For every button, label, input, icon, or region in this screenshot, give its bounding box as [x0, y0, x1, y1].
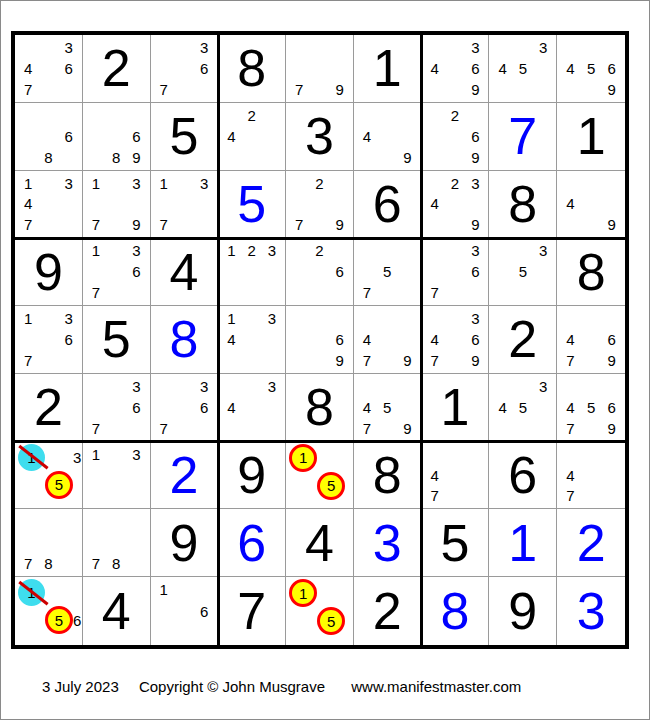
candidate-empty — [86, 126, 106, 147]
candidate-1: 1 — [86, 173, 106, 194]
candidate-grid: 26 — [289, 240, 350, 303]
candidate-empty — [492, 282, 512, 303]
candidate-empty — [533, 261, 553, 282]
cell-r3c2[interactable]: 1379 — [83, 171, 151, 239]
candidate-empty — [397, 376, 417, 397]
candidate-empty — [513, 376, 533, 397]
cell-r1c9[interactable]: 4569 — [557, 35, 625, 103]
candidate-empty — [581, 465, 602, 486]
cell-r3c8[interactable]: 8 — [489, 171, 557, 239]
cell-r4c6[interactable]: 57 — [354, 238, 422, 306]
candidate-5: 5 — [317, 472, 345, 500]
cell-r9c2[interactable]: 4 — [83, 577, 151, 645]
candidate-empty — [513, 37, 533, 58]
given-digit: 8 — [218, 35, 285, 102]
candidate-empty — [309, 261, 329, 282]
candidate-empty — [262, 329, 282, 350]
cell-r2c9[interactable]: 1 — [557, 103, 625, 171]
cell-r5c3[interactable]: 8 — [151, 306, 219, 374]
candidate-3: 3 — [533, 240, 553, 261]
cell-r1c3[interactable]: 367 — [151, 35, 219, 103]
candidate-empty — [581, 486, 602, 507]
cell-r9c3[interactable]: 16 — [151, 577, 219, 645]
candidate-empty — [601, 37, 622, 58]
candidate-empty — [106, 376, 126, 397]
cell-r2c1[interactable]: 68 — [15, 103, 83, 171]
candidate-empty — [106, 105, 126, 126]
candidate-highlight-yellow-circle: 5 — [317, 472, 345, 500]
candidate-empty — [309, 308, 329, 329]
candidate-empty — [560, 308, 581, 329]
cell-r9c6[interactable]: 2 — [354, 577, 422, 645]
candidate-4: 4 — [425, 329, 445, 350]
sudoku-board: 3467236787913469345456968689524349269711… — [11, 31, 629, 649]
cell-r9c9[interactable]: 3 — [557, 577, 625, 645]
cell-r7c2[interactable]: 13 — [83, 442, 151, 510]
given-digit: 8 — [489, 171, 556, 238]
candidate-grid: 479 — [357, 308, 418, 371]
cell-r6c8[interactable]: 345 — [489, 374, 557, 442]
cell-r1c5[interactable]: 79 — [286, 35, 354, 103]
candidate-6: 6 — [601, 397, 622, 418]
cell-r5c8[interactable]: 2 — [489, 306, 557, 374]
candidate-grid: 4679 — [560, 308, 622, 371]
candidate-empty — [59, 79, 79, 100]
solved-digit: 7 — [489, 103, 556, 170]
candidate-empty — [242, 308, 262, 329]
candidate-grid: 367 — [86, 376, 147, 439]
candidate-empty — [357, 147, 377, 168]
candidate-empty — [194, 418, 214, 439]
solved-digit: 8 — [151, 306, 218, 373]
cell-r6c6[interactable]: 4579 — [354, 374, 422, 442]
given-digit: 9 — [15, 238, 82, 305]
candidate-empty — [492, 37, 512, 58]
candidate-9: 9 — [465, 214, 485, 235]
candidate-empty — [330, 240, 350, 261]
candidate-empty — [194, 622, 214, 643]
cell-r3c1[interactable]: 1347 — [15, 171, 83, 239]
candidate-empty — [289, 240, 309, 261]
candidate-9: 9 — [330, 79, 350, 100]
cell-r4c9[interactable]: 8 — [557, 238, 625, 306]
candidate-empty — [221, 376, 241, 397]
candidate-7: 7 — [560, 418, 581, 439]
candidate-empty — [126, 553, 146, 574]
candidate-grid: 367 — [425, 240, 486, 303]
cell-r9c5[interactable]: 15 — [286, 577, 354, 645]
candidate-highlight-yellow-circle: 5 — [45, 606, 73, 634]
given-digit: 5 — [422, 509, 489, 576]
candidate-empty — [533, 58, 553, 79]
cell-r6c1[interactable]: 2 — [15, 374, 83, 442]
candidate-empty — [560, 173, 581, 194]
cell-r3c3[interactable]: 137 — [151, 171, 219, 239]
cell-r4c7[interactable]: 367 — [422, 238, 490, 306]
cell-r5c1[interactable]: 1367 — [15, 306, 83, 374]
cell-r2c4[interactable]: 24 — [218, 103, 286, 171]
candidate-empty — [289, 193, 309, 214]
candidate-empty — [601, 376, 622, 397]
candidate-empty — [86, 465, 106, 486]
cell-r2c2[interactable]: 689 — [83, 103, 151, 171]
candidate-4: 4 — [221, 329, 241, 350]
candidate-empty — [289, 472, 317, 500]
given-digit: 2 — [354, 577, 421, 645]
candidate-empty — [289, 329, 309, 350]
candidate-7: 7 — [425, 350, 445, 371]
cell-r4c4[interactable]: 123 — [218, 238, 286, 306]
candidate-empty — [581, 418, 602, 439]
candidate-7: 7 — [289, 214, 309, 235]
candidate-empty — [581, 350, 602, 371]
candidate-empty — [174, 622, 194, 643]
candidate-empty — [513, 282, 533, 303]
cell-r8c6[interactable]: 3 — [354, 509, 422, 577]
candidate-empty — [194, 579, 214, 600]
cell-r2c6[interactable]: 49 — [354, 103, 422, 171]
candidate-empty — [86, 376, 106, 397]
candidate-empty — [309, 350, 329, 371]
candidate-9: 9 — [601, 79, 622, 100]
candidate-empty — [377, 418, 397, 439]
candidate-empty — [262, 105, 282, 126]
candidate-empty — [154, 37, 174, 58]
candidate-empty — [18, 511, 38, 532]
given-digit: 8 — [557, 238, 625, 305]
given-digit: 5 — [83, 306, 150, 373]
candidate-3: 3 — [465, 173, 485, 194]
cell-r5c2[interactable]: 5 — [83, 306, 151, 374]
candidate-empty — [581, 376, 602, 397]
candidate-7: 7 — [357, 350, 377, 371]
candidate-empty — [309, 37, 329, 58]
candidate-grid: 4569 — [560, 37, 622, 100]
candidate-empty — [126, 193, 146, 214]
candidate-empty — [221, 350, 241, 371]
cell-r4c1[interactable]: 9 — [15, 238, 83, 306]
cell-r8c2[interactable]: 78 — [83, 509, 151, 577]
candidate-1: 1 — [154, 173, 174, 194]
cell-r1c4[interactable]: 8 — [218, 35, 286, 103]
candidate-empty — [18, 471, 45, 499]
cell-r6c2[interactable]: 367 — [83, 374, 151, 442]
cell-r5c6[interactable]: 479 — [354, 306, 422, 374]
candidate-empty — [330, 173, 350, 194]
candidate-4: 4 — [357, 126, 377, 147]
cell-r2c3[interactable]: 5 — [151, 103, 219, 171]
candidate-empty — [465, 465, 485, 486]
candidate-3: 3 — [262, 240, 282, 261]
candidate-6: 6 — [330, 261, 350, 282]
candidate-grid: 1367 — [86, 240, 147, 303]
cell-r8c8[interactable]: 1 — [489, 509, 557, 577]
candidate-7: 7 — [86, 282, 106, 303]
candidate-empty — [38, 126, 58, 147]
candidate-empty — [18, 147, 38, 168]
candidate-empty — [465, 282, 485, 303]
candidate-empty — [45, 634, 73, 643]
candidate-empty — [38, 350, 58, 371]
candidate-9: 9 — [601, 418, 622, 439]
solved-digit: 6 — [218, 509, 285, 576]
candidate-empty — [126, 465, 146, 486]
candidate-grid: 279 — [289, 173, 350, 236]
cell-r8c5[interactable]: 4 — [286, 509, 354, 577]
candidate-empty — [38, 511, 58, 532]
cell-r3c7[interactable]: 2349 — [422, 171, 490, 239]
cell-r3c6[interactable]: 6 — [354, 171, 422, 239]
candidate-4: 4 — [560, 397, 581, 418]
cell-r9c7[interactable]: 8 — [422, 577, 490, 645]
candidate-9: 9 — [126, 214, 146, 235]
candidate-5: 5 — [45, 471, 73, 499]
candidate-empty — [18, 37, 38, 58]
candidate-3: 3 — [465, 37, 485, 58]
cell-r7c8[interactable]: 6 — [489, 442, 557, 510]
candidate-empty — [425, 214, 445, 235]
candidate-empty — [38, 79, 58, 100]
cell-r9c4[interactable]: 7 — [218, 577, 286, 645]
candidate-empty — [86, 105, 106, 126]
candidate-empty — [174, 79, 194, 100]
cell-r2c7[interactable]: 269 — [422, 103, 490, 171]
box-divider-horizontal-1 — [15, 237, 625, 240]
candidate-empty — [59, 553, 79, 574]
candidate-1: 1 — [18, 444, 45, 471]
candidate-empty — [533, 79, 553, 100]
candidate-7: 7 — [289, 79, 309, 100]
cell-r3c5[interactable]: 279 — [286, 171, 354, 239]
candidate-3: 3 — [126, 173, 146, 194]
candidate-empty — [38, 214, 58, 235]
candidate-7: 7 — [425, 486, 445, 507]
candidate-empty — [106, 193, 126, 214]
candidate-empty — [581, 79, 602, 100]
candidate-1: 1 — [221, 308, 241, 329]
candidate-1: 1 — [289, 444, 317, 472]
box-divider-horizontal-2 — [15, 440, 625, 443]
candidate-2: 2 — [445, 105, 465, 126]
cell-r8c3[interactable]: 9 — [151, 509, 219, 577]
cell-r6c9[interactable]: 45679 — [557, 374, 625, 442]
cell-r1c6[interactable]: 1 — [354, 35, 422, 103]
candidate-empty — [18, 105, 38, 126]
cell-r7c3[interactable]: 2 — [151, 442, 219, 510]
candidate-9: 9 — [126, 147, 146, 168]
candidate-empty — [377, 126, 397, 147]
candidate-7: 7 — [357, 282, 377, 303]
cell-r2c5[interactable]: 3 — [286, 103, 354, 171]
cell-r1c8[interactable]: 345 — [489, 35, 557, 103]
candidate-6: 6 — [59, 329, 79, 350]
candidate-7: 7 — [18, 553, 38, 574]
candidate-empty — [221, 282, 241, 303]
candidate-empty — [18, 532, 38, 553]
candidate-empty — [18, 126, 38, 147]
candidate-empty — [174, 579, 194, 600]
cell-r1c2[interactable]: 2 — [83, 35, 151, 103]
cell-r4c8[interactable]: 35 — [489, 238, 557, 306]
candidate-grid: 345 — [492, 37, 553, 100]
candidate-4: 4 — [18, 58, 38, 79]
candidate-8: 8 — [38, 147, 58, 168]
given-digit: 1 — [422, 374, 489, 441]
candidate-empty — [377, 240, 397, 261]
cell-r8c7[interactable]: 5 — [422, 509, 490, 577]
candidate-empty — [309, 329, 329, 350]
given-digit: 4 — [151, 238, 218, 305]
candidate-4: 4 — [221, 397, 241, 418]
cell-r3c9[interactable]: 49 — [557, 171, 625, 239]
cell-r9c8[interactable]: 9 — [489, 577, 557, 645]
candidate-1: 1 — [18, 173, 38, 194]
candidate-empty — [492, 261, 512, 282]
candidate-6: 6 — [601, 329, 622, 350]
candidate-empty — [242, 126, 262, 147]
candidate-2: 2 — [445, 173, 465, 194]
candidate-7: 7 — [154, 418, 174, 439]
sudoku-board-grid: 3467236787913469345456968689524349269711… — [15, 35, 625, 645]
cell-r8c9[interactable]: 2 — [557, 509, 625, 577]
candidate-empty — [425, 105, 445, 126]
candidate-empty — [581, 444, 602, 465]
cell-r8c4[interactable]: 6 — [218, 509, 286, 577]
candidate-empty — [560, 214, 581, 235]
candidate-empty — [126, 486, 146, 507]
candidate-grid: 689 — [86, 105, 147, 168]
candidate-empty — [397, 105, 417, 126]
cell-r6c3[interactable]: 367 — [151, 374, 219, 442]
candidate-empty — [38, 308, 58, 329]
candidate-empty — [317, 500, 345, 507]
cell-r9c1[interactable]: 156 — [15, 577, 83, 645]
candidate-empty — [397, 329, 417, 350]
candidate-empty — [581, 193, 602, 214]
candidate-empty — [154, 397, 174, 418]
cell-r8c1[interactable]: 78 — [15, 509, 83, 577]
cell-r5c7[interactable]: 34679 — [422, 306, 490, 374]
given-digit: 8 — [286, 374, 353, 441]
given-digit: 1 — [354, 35, 421, 102]
candidate-empty — [601, 173, 622, 194]
candidate-empty — [425, 37, 445, 58]
cell-r5c5[interactable]: 69 — [286, 306, 354, 374]
candidate-highlight-yellow-circle: 5 — [45, 471, 73, 499]
given-digit: 9 — [218, 442, 285, 509]
cell-r7c9[interactable]: 47 — [557, 442, 625, 510]
candidate-empty — [289, 350, 309, 371]
candidate-3: 3 — [465, 308, 485, 329]
solved-digit: 3 — [354, 509, 421, 576]
candidate-grid: 68 — [18, 105, 79, 168]
candidate-empty — [465, 444, 485, 465]
candidate-empty — [262, 261, 282, 282]
cell-r7c1[interactable]: 135 — [15, 442, 83, 510]
candidate-empty — [38, 532, 58, 553]
candidate-empty — [289, 37, 309, 58]
solved-digit: 5 — [218, 171, 285, 238]
candidate-6: 6 — [59, 58, 79, 79]
cell-r4c3[interactable]: 4 — [151, 238, 219, 306]
candidate-empty — [242, 397, 262, 418]
candidate-empty — [309, 58, 329, 79]
candidate-empty — [533, 397, 553, 418]
candidate-grid: 134 — [221, 308, 282, 371]
candidate-empty — [513, 418, 533, 439]
candidate-empty — [154, 622, 174, 643]
candidate-empty — [425, 173, 445, 194]
candidate-grid: 1367 — [18, 308, 79, 371]
cell-r3c4[interactable]: 5 — [218, 171, 286, 239]
candidate-empty — [465, 486, 485, 507]
cell-r6c5[interactable]: 8 — [286, 374, 354, 442]
candidate-empty — [242, 350, 262, 371]
candidate-empty — [194, 193, 214, 214]
candidate-empty — [289, 500, 317, 507]
cell-r4c2[interactable]: 1367 — [83, 238, 151, 306]
candidate-empty — [330, 282, 350, 303]
candidate-empty — [397, 261, 417, 282]
cell-r7c7[interactable]: 47 — [422, 442, 490, 510]
candidate-empty — [126, 105, 146, 126]
candidate-3: 3 — [533, 37, 553, 58]
candidate-grid: 269 — [425, 105, 486, 168]
cell-r5c9[interactable]: 4679 — [557, 306, 625, 374]
candidate-grid: 1379 — [86, 173, 147, 236]
candidate-empty — [106, 397, 126, 418]
candidate-empty — [86, 532, 106, 553]
candidate-empty — [581, 214, 602, 235]
candidate-1: 1 — [154, 579, 174, 600]
candidate-grid: 15 — [289, 579, 350, 643]
cell-r5c4[interactable]: 134 — [218, 306, 286, 374]
candidate-4: 4 — [357, 329, 377, 350]
cell-r1c7[interactable]: 3469 — [422, 35, 490, 103]
candidate-empty — [377, 308, 397, 329]
candidate-empty — [174, 418, 194, 439]
candidate-empty — [397, 240, 417, 261]
candidate-empty — [38, 58, 58, 79]
candidate-8: 8 — [38, 553, 58, 574]
given-digit: 2 — [15, 374, 82, 441]
cell-r2c8[interactable]: 7 — [489, 103, 557, 171]
cell-r7c5[interactable]: 15 — [286, 442, 354, 510]
candidate-empty — [445, 261, 465, 282]
box-divider-vertical-1 — [217, 35, 220, 645]
candidate-5: 5 — [45, 606, 73, 634]
candidate-empty — [289, 261, 309, 282]
candidate-6: 6 — [126, 261, 146, 282]
cell-r6c4[interactable]: 34 — [218, 374, 286, 442]
candidate-empty — [86, 511, 106, 532]
cell-r7c4[interactable]: 9 — [218, 442, 286, 510]
candidate-grid: 4579 — [357, 376, 418, 439]
cell-r7c6[interactable]: 8 — [354, 442, 422, 510]
cell-r4c5[interactable]: 26 — [286, 238, 354, 306]
candidate-empty — [174, 58, 194, 79]
candidate-empty — [425, 147, 445, 168]
candidate-empty — [174, 193, 194, 214]
cell-r6c7[interactable]: 1 — [422, 374, 490, 442]
candidate-empty — [38, 37, 58, 58]
candidate-empty — [560, 79, 581, 100]
candidate-6: 6 — [465, 58, 485, 79]
candidate-empty — [242, 329, 262, 350]
cell-r1c1[interactable]: 3467 — [15, 35, 83, 103]
candidate-empty — [345, 444, 350, 472]
candidate-empty — [154, 600, 174, 621]
